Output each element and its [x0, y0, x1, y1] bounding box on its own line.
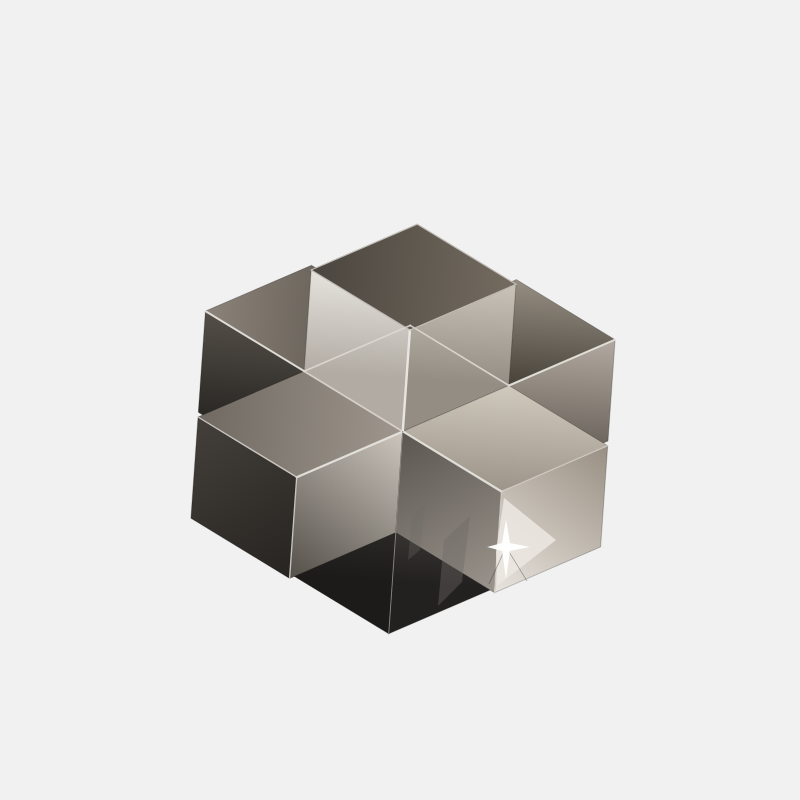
specular-glint-core	[502, 543, 510, 551]
cube-sculpture-photo	[0, 0, 800, 800]
product-photo-canvas	[0, 0, 800, 800]
